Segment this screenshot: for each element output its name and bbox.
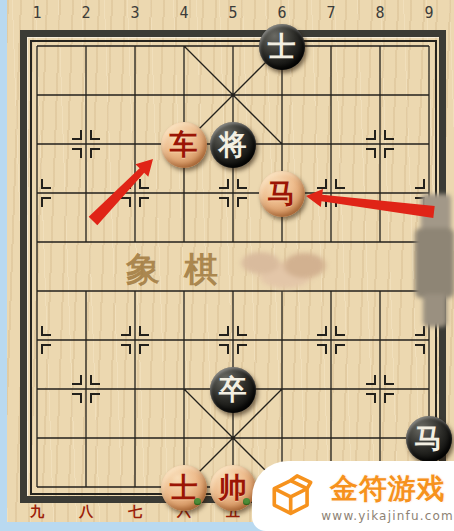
black-general[interactable]: 将 [210,122,256,168]
file-label-top: 9 [418,4,440,22]
river-text: 象棋 [126,247,242,293]
file-label-top: 2 [75,4,97,22]
piece-glyph: 帅 [219,474,247,502]
file-label-top: 7 [320,4,342,22]
piece-glyph: 士 [170,474,198,502]
piece-glyph: 卒 [219,376,247,404]
red-advisor[interactable]: 士 [161,465,207,511]
watermark-logo[interactable]: 金符游戏 www.yikajinfu.com [252,461,454,531]
piece-glyph: 将 [219,131,247,159]
file-label-top: 8 [369,4,391,22]
file-label-bottom: 八 [75,503,97,521]
screenshot-root: 123456789 象棋 士车将马卒士帅士车马 九八七六五四三二一 金符游戏 w… [0,0,454,531]
logo-cube-icon [267,471,314,521]
red-chariot[interactable]: 车 [161,122,207,168]
black-horse[interactable]: 马 [406,416,452,462]
red-general[interactable]: 帅 [210,465,256,511]
file-label-top: 1 [26,4,48,22]
file-label-top: 6 [271,4,293,22]
piece-glyph: 士 [268,33,296,61]
file-label-top: 5 [222,4,244,22]
file-label-top: 3 [124,4,146,22]
file-label-bottom: 九 [26,503,48,521]
logo-domain-text: www.yikajinfu.com [321,509,454,523]
black-advisor[interactable]: 士 [259,24,305,70]
red-horse[interactable]: 马 [259,171,305,217]
piece-glyph: 马 [268,180,296,208]
file-label-top: 4 [173,4,195,22]
blurred-watermark-right [415,194,454,327]
file-label-bottom: 七 [124,503,146,521]
logo-brand-text: 金符游戏 [330,470,446,508]
blurred-watermark-river [236,243,334,293]
black-soldier[interactable]: 卒 [210,367,256,413]
piece-glyph: 马 [415,425,443,453]
piece-glyph: 车 [170,131,198,159]
